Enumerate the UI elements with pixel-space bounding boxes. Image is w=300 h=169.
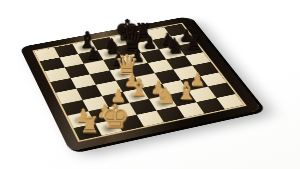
piece-white-bishop-d3[interactable]: ♝: [128, 77, 149, 100]
square-a6[interactable]: [45, 68, 70, 82]
square-c5[interactable]: [90, 70, 116, 84]
square-h1[interactable]: [216, 94, 244, 110]
board-inner-border: ♝♚♜♟♞♛♟♟♟♟♟♞♜♛♟♟♝♟♟♟♟♞♝♜♚: [32, 23, 246, 142]
chessboard-frame: ♝♚♜♟♞♛♟♟♟♟♟♞♜♛♟♟♝♟♟♟♟♞♝♜♚: [19, 16, 262, 151]
piece-white-bishop-f2[interactable]: ♝: [175, 80, 196, 103]
square-b4[interactable]: [76, 85, 102, 100]
piece-black-knight-g6[interactable]: ♞: [165, 36, 185, 56]
photo-backdrop: ♝♚♜♟♞♛♟♟♟♟♟♞♜♛♟♟♝♟♟♟♟♞♝♜♚: [0, 0, 300, 169]
square-a1[interactable]: ♜: [73, 123, 101, 140]
piece-black-pawn-c7[interactable]: ♟: [83, 45, 103, 61]
board-grid: ♝♚♜♟♞♛♟♟♟♟♟♞♜♛♟♟♝♟♟♟♟♞♝♜♚: [35, 24, 244, 140]
square-b6[interactable]: [64, 64, 89, 78]
piece-white-king-b1[interactable]: ♚: [100, 101, 122, 132]
piece-white-knight-e2[interactable]: ♞: [155, 85, 176, 107]
piece-white-rook-a1[interactable]: ♜: [79, 115, 101, 137]
piece-black-rook-h6[interactable]: ♜: [183, 34, 203, 53]
chessboard-scene: ♝♚♜♟♞♛♟♟♟♟♟♞♜♛♟♟♝♟♟♟♟♞♝♜♚: [0, 0, 300, 169]
